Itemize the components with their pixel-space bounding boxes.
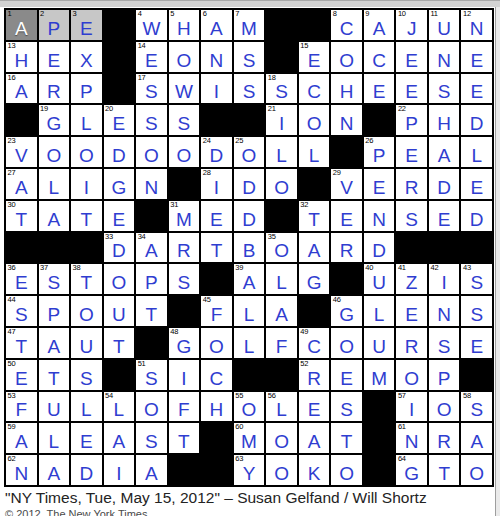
grid-cell[interactable]: A <box>461 423 492 453</box>
cell-letter: B <box>243 241 256 260</box>
grid-cell[interactable]: T <box>169 423 200 453</box>
grid-cell[interactable]: N <box>201 42 232 72</box>
cell-letter: U <box>372 337 386 356</box>
grid-cell[interactable]: 39A <box>234 264 265 294</box>
grid-cell[interactable]: 5H <box>169 10 200 40</box>
cell-letter: D <box>470 210 484 229</box>
grid-cell[interactable]: 18S <box>266 74 297 104</box>
grid-cell[interactable]: U <box>71 328 102 358</box>
grid-cell[interactable]: R <box>169 233 200 263</box>
grid-cell[interactable]: O <box>429 392 460 422</box>
cell-letter: P <box>47 305 60 324</box>
cell-number: 34 <box>138 233 146 242</box>
cell-letter: S <box>438 337 451 356</box>
grid-cell[interactable]: L <box>266 264 297 294</box>
cell-letter: P <box>438 369 451 388</box>
grid-cell[interactable]: T <box>201 233 232 263</box>
black-square <box>136 201 167 231</box>
grid-cell[interactable]: N <box>331 105 362 135</box>
cell-letter: I <box>214 178 219 197</box>
grid-cell[interactable]: E <box>39 42 70 72</box>
grid-cell[interactable]: H <box>331 74 362 104</box>
grid-cell[interactable]: 10J <box>396 10 427 40</box>
grid-cell[interactable]: F <box>266 328 297 358</box>
grid-cell[interactable]: F <box>169 392 200 422</box>
grid-cell[interactable]: 47T <box>6 328 37 358</box>
grid-cell[interactable]: I <box>201 74 232 104</box>
cell-letter: N <box>437 305 451 324</box>
grid-cell[interactable]: L <box>266 137 297 167</box>
cell-letter: F <box>178 400 190 419</box>
grid-cell[interactable]: 17S <box>136 74 167 104</box>
grid-cell[interactable]: O <box>266 455 297 485</box>
grid-cell[interactable]: 38T <box>71 264 102 294</box>
cell-letter: O <box>79 305 94 324</box>
grid-cell[interactable]: O <box>71 137 102 167</box>
grid-cell[interactable]: H <box>429 105 460 135</box>
grid-cell[interactable]: E <box>396 296 427 326</box>
grid-cell[interactable]: L <box>71 392 102 422</box>
grid-cell[interactable]: U <box>364 328 395 358</box>
grid-cell[interactable]: R <box>429 423 460 453</box>
grid-cell[interactable]: I <box>169 360 200 390</box>
cell-letter: O <box>274 464 289 483</box>
grid-cell[interactable]: 44S <box>6 296 37 326</box>
grid-cell[interactable]: 46G <box>331 296 362 326</box>
cell-number: 53 <box>8 392 16 401</box>
cell-letter: P <box>145 273 158 292</box>
grid-cell[interactable]: O <box>71 296 102 326</box>
cell-number: 37 <box>40 264 48 273</box>
cell-number: 60 <box>235 423 243 432</box>
cell-number: 1 <box>8 10 12 19</box>
grid-cell[interactable]: K <box>299 455 330 485</box>
grid-cell[interactable]: A <box>39 455 70 485</box>
black-square <box>364 455 395 485</box>
grid-cell[interactable]: T <box>71 201 102 231</box>
cell-number: 6 <box>203 10 207 19</box>
grid-cell[interactable]: 14E <box>136 42 167 72</box>
grid-cell[interactable]: L <box>39 423 70 453</box>
grid-cell[interactable]: T <box>39 360 70 390</box>
grid-cell[interactable]: S <box>234 74 265 104</box>
grid-cell[interactable]: L <box>364 296 395 326</box>
grid-cell[interactable]: L <box>71 105 102 135</box>
cell-number: 24 <box>203 137 211 146</box>
cell-letter: E <box>113 210 126 229</box>
cell-letter: S <box>470 305 483 324</box>
cell-letter: D <box>437 178 451 197</box>
black-square <box>39 233 70 263</box>
cell-number: 10 <box>398 10 406 19</box>
grid-cell[interactable]: S <box>136 423 167 453</box>
cell-letter: D <box>242 178 256 197</box>
grid-cell[interactable]: 34A <box>136 233 167 263</box>
grid-cell[interactable]: A <box>39 201 70 231</box>
grid-cell[interactable]: 28I <box>201 169 232 199</box>
grid-cell[interactable]: O <box>331 328 362 358</box>
cell-letter: O <box>274 178 289 197</box>
grid-cell[interactable]: 41Z <box>396 264 427 294</box>
cell-letter: T <box>211 241 223 260</box>
grid-cell[interactable]: T <box>136 296 167 326</box>
grid-cell[interactable]: E <box>461 42 492 72</box>
cell-number: 45 <box>203 296 211 305</box>
cursor-cell[interactable]: 1A <box>6 10 37 40</box>
cell-letter: R <box>177 241 191 260</box>
grid-cell[interactable]: 53F <box>6 392 37 422</box>
grid-cell[interactable]: 55O <box>234 392 265 422</box>
cell-letter: V <box>15 146 28 165</box>
cell-letter: O <box>469 464 484 483</box>
grid-cell[interactable]: L <box>234 328 265 358</box>
cell-letter: O <box>144 400 159 419</box>
cell-letter: E <box>340 369 353 388</box>
grid-cell[interactable]: P <box>39 296 70 326</box>
grid-cell[interactable]: L <box>39 169 70 199</box>
cell-letter: D <box>112 146 126 165</box>
grid-cell[interactable]: E <box>461 328 492 358</box>
grid-cell[interactable]: 8C <box>331 10 362 40</box>
cell-letter: T <box>341 432 353 451</box>
grid-cell[interactable]: E <box>364 74 395 104</box>
grid-cell[interactable]: O <box>331 455 362 485</box>
cell-number: 44 <box>8 296 16 305</box>
grid-cell[interactable]: 32T <box>299 201 330 231</box>
cell-letter: S <box>405 210 418 229</box>
grid-cell[interactable]: O <box>461 455 492 485</box>
grid-cell[interactable]: A <box>136 455 167 485</box>
grid-cell[interactable]: S <box>71 360 102 390</box>
grid-cell[interactable]: 3E <box>71 10 102 40</box>
grid-cell[interactable]: 33D <box>104 233 135 263</box>
grid-cell[interactable]: 51S <box>136 360 167 390</box>
cell-letter: F <box>15 400 27 419</box>
cell-letter: P <box>405 114 418 133</box>
grid-cell[interactable]: D <box>71 455 102 485</box>
cell-number: 46 <box>333 296 341 305</box>
cell-letter: L <box>309 146 320 165</box>
cell-letter: S <box>145 369 158 388</box>
cell-number: 29 <box>333 169 341 178</box>
cell-letter: O <box>46 146 61 165</box>
grid-cell[interactable]: O <box>201 328 232 358</box>
grid-cell[interactable]: L <box>299 137 330 167</box>
grid-cell[interactable]: O <box>169 137 200 167</box>
cell-number: 23 <box>8 137 16 146</box>
cell-letter: A <box>308 432 321 451</box>
cell-letter: S <box>470 400 483 419</box>
grid-cell[interactable]: M <box>364 360 395 390</box>
grid-cell[interactable]: E <box>429 201 460 231</box>
black-square <box>396 233 427 263</box>
grid-cell[interactable]: 52R <box>299 360 330 390</box>
grid-cell[interactable]: 22P <box>396 105 427 135</box>
black-square <box>201 423 232 453</box>
grid-cell[interactable]: U <box>104 296 135 326</box>
grid-cell[interactable]: L <box>461 137 492 167</box>
grid-cell[interactable]: 27A <box>6 169 37 199</box>
cell-letter: P <box>80 82 93 101</box>
cell-letter: N <box>14 464 28 483</box>
grid-cell[interactable]: 29V <box>331 169 362 199</box>
grid-cell[interactable]: P <box>136 264 167 294</box>
grid-cell[interactable]: X <box>71 42 102 72</box>
grid-cell[interactable]: I <box>71 169 102 199</box>
cell-letter: D <box>470 114 484 133</box>
black-square <box>461 360 492 390</box>
black-square <box>299 169 330 199</box>
grid-cell[interactable]: 37S <box>39 264 70 294</box>
black-square <box>104 42 135 72</box>
black-square <box>364 423 395 453</box>
grid-cell[interactable]: 54L <box>104 392 135 422</box>
grid-cell[interactable]: D <box>429 169 460 199</box>
grid-cell[interactable]: E <box>396 74 427 104</box>
cell-letter: J <box>407 19 417 38</box>
grid-cell[interactable]: D <box>234 201 265 231</box>
black-square <box>331 264 362 294</box>
black-square <box>234 360 265 390</box>
cell-number: 61 <box>398 423 406 432</box>
grid-cell[interactable]: C <box>299 74 330 104</box>
grid-cell[interactable]: R <box>331 233 362 263</box>
grid-cell[interactable]: 4W <box>136 10 167 40</box>
grid-cell[interactable]: 64G <box>396 455 427 485</box>
grid-cell[interactable]: A <box>104 423 135 453</box>
grid-cell[interactable]: A <box>429 137 460 167</box>
cell-letter: S <box>145 432 158 451</box>
grid-cell[interactable]: 31M <box>169 201 200 231</box>
grid-cell[interactable]: E <box>201 201 232 231</box>
grid-cell[interactable]: D <box>461 201 492 231</box>
grid-cell[interactable]: E <box>331 201 362 231</box>
cell-letter: T <box>15 210 27 229</box>
grid-cell[interactable]: A <box>299 423 330 453</box>
grid-cell[interactable]: E <box>104 201 135 231</box>
grid-cell[interactable]: 19G <box>39 105 70 135</box>
grid-cell[interactable]: L <box>234 296 265 326</box>
grid-cell[interactable]: 15E <box>299 42 330 72</box>
cell-letter: A <box>275 305 288 324</box>
grid-cell[interactable]: S <box>429 328 460 358</box>
grid-cell[interactable]: N <box>364 201 395 231</box>
grid-cell[interactable]: 20E <box>104 105 135 135</box>
grid-cell[interactable]: 56L <box>266 392 297 422</box>
cell-number: 40 <box>365 264 373 273</box>
grid-cell[interactable]: 35O <box>266 233 297 263</box>
cell-number: 55 <box>235 392 243 401</box>
grid-cell[interactable]: T <box>331 423 362 453</box>
grid-cell[interactable]: R <box>396 169 427 199</box>
cell-number: 25 <box>235 137 243 146</box>
grid-cell[interactable]: S <box>429 74 460 104</box>
grid-cell[interactable]: 11U <box>429 10 460 40</box>
black-square <box>299 10 330 40</box>
grid-cell[interactable]: 25O <box>234 137 265 167</box>
cell-letter: M <box>241 432 257 451</box>
grid-cell[interactable]: O <box>104 264 135 294</box>
grid-cell[interactable]: E <box>396 137 427 167</box>
black-square <box>169 455 200 485</box>
grid-cell[interactable]: O <box>331 42 362 72</box>
grid-cell[interactable]: G <box>104 169 135 199</box>
cell-number: 36 <box>8 264 16 273</box>
black-square <box>169 169 200 199</box>
cell-letter: N <box>437 51 451 70</box>
grid-cell[interactable]: O <box>266 423 297 453</box>
grid-cell[interactable]: E <box>364 169 395 199</box>
grid-cell[interactable]: G <box>299 264 330 294</box>
grid-cell[interactable]: 45F <box>201 296 232 326</box>
grid-cell[interactable]: S <box>461 296 492 326</box>
grid-cell[interactable]: A <box>266 296 297 326</box>
black-square <box>136 328 167 358</box>
grid-cell[interactable]: 36E <box>6 264 37 294</box>
grid-cell[interactable]: 62N <box>6 455 37 485</box>
grid-cell[interactable]: 61N <box>396 423 427 453</box>
cell-letter: L <box>471 146 482 165</box>
black-square <box>299 296 330 326</box>
grid-cell[interactable]: 13H <box>6 42 37 72</box>
grid-cell[interactable]: 2P <box>39 10 70 40</box>
grid-cell[interactable]: S <box>396 201 427 231</box>
grid-cell[interactable]: 7M <box>234 10 265 40</box>
grid-cell[interactable]: 57I <box>396 392 427 422</box>
cell-number: 15 <box>300 42 308 51</box>
grid-cell[interactable]: 9A <box>364 10 395 40</box>
grid-cell[interactable]: N <box>429 296 460 326</box>
grid-cell[interactable]: 63Y <box>234 455 265 485</box>
cell-number: 32 <box>300 201 308 210</box>
grid-cell[interactable]: D <box>104 137 135 167</box>
grid-cell[interactable]: 59A <box>6 423 37 453</box>
cell-letter: R <box>340 241 354 260</box>
grid-cell[interactable]: W <box>169 74 200 104</box>
grid-cell[interactable]: D <box>364 233 395 263</box>
grid-cell[interactable]: 49C <box>299 328 330 358</box>
grid-cell[interactable]: U <box>39 392 70 422</box>
grid-cell[interactable]: 16A <box>6 74 37 104</box>
cell-number: 16 <box>8 74 16 83</box>
grid-cell[interactable]: E <box>331 360 362 390</box>
cell-letter: E <box>47 51 60 70</box>
grid-cell[interactable]: O <box>396 360 427 390</box>
cell-number: 22 <box>398 105 406 114</box>
grid-cell[interactable]: 6A <box>201 10 232 40</box>
grid-cell[interactable]: A <box>39 328 70 358</box>
cell-letter: G <box>46 114 61 133</box>
grid-cell[interactable]: E <box>71 423 102 453</box>
grid-cell[interactable]: 42I <box>429 264 460 294</box>
cell-letter: Z <box>406 273 418 292</box>
grid-cell[interactable]: 48G <box>169 328 200 358</box>
grid-cell[interactable]: S <box>169 105 200 135</box>
cell-letter: T <box>81 273 93 292</box>
black-square <box>169 296 200 326</box>
grid-cell[interactable]: S <box>136 105 167 135</box>
cell-letter: G <box>177 337 192 356</box>
grid-cell[interactable]: N <box>429 42 460 72</box>
cell-letter: T <box>178 432 190 451</box>
grid-cell[interactable]: O <box>39 137 70 167</box>
grid-cell[interactable]: 24D <box>201 137 232 167</box>
grid-cell[interactable]: B <box>234 233 265 263</box>
grid-cell[interactable]: 26P <box>364 137 395 167</box>
grid-cell[interactable]: S <box>234 42 265 72</box>
cell-letter: E <box>438 210 451 229</box>
grid-cell[interactable]: 58S <box>461 392 492 422</box>
grid-cell[interactable]: C <box>364 42 395 72</box>
cell-letter: L <box>276 400 287 419</box>
scrollbar-track[interactable] <box>495 7 500 516</box>
grid-cell[interactable]: E <box>461 169 492 199</box>
grid-cell[interactable]: 12N <box>461 10 492 40</box>
grid-cell[interactable]: A <box>299 233 330 263</box>
grid-cell[interactable]: S <box>331 392 362 422</box>
cell-letter: F <box>276 337 288 356</box>
cell-letter: M <box>176 210 192 229</box>
grid-cell[interactable]: R <box>39 74 70 104</box>
cell-number: 28 <box>203 169 211 178</box>
grid-cell[interactable]: 30T <box>6 201 37 231</box>
grid-cell[interactable]: O <box>136 392 167 422</box>
black-square <box>6 105 37 135</box>
grid-cell[interactable]: D <box>234 169 265 199</box>
grid-cell[interactable]: 60M <box>234 423 265 453</box>
grid-cell[interactable]: R <box>396 328 427 358</box>
grid-cell[interactable]: C <box>201 360 232 390</box>
cell-letter: E <box>405 51 418 70</box>
grid-cell[interactable]: O <box>299 105 330 135</box>
grid-cell[interactable]: E <box>299 392 330 422</box>
grid-cell[interactable]: E <box>461 74 492 104</box>
grid-cell[interactable]: T <box>429 455 460 485</box>
cell-number: 42 <box>430 264 438 273</box>
grid-cell[interactable]: I <box>104 455 135 485</box>
grid-cell[interactable]: T <box>104 328 135 358</box>
cell-letter: S <box>178 273 191 292</box>
grid-cell[interactable]: O <box>169 42 200 72</box>
cell-letter: W <box>142 19 160 38</box>
grid-cell[interactable]: P <box>71 74 102 104</box>
grid-cell[interactable]: O <box>136 137 167 167</box>
cell-number: 30 <box>8 201 16 210</box>
cell-letter: E <box>373 178 386 197</box>
cell-letter: I <box>84 178 89 197</box>
grid-cell[interactable]: S <box>169 264 200 294</box>
cell-number: 39 <box>235 264 243 273</box>
grid-cell[interactable]: 23V <box>6 137 37 167</box>
grid-cell[interactable]: 43S <box>461 264 492 294</box>
cell-letter: O <box>144 146 159 165</box>
grid-cell[interactable]: H <box>201 392 232 422</box>
cell-letter: A <box>470 432 483 451</box>
cell-letter: A <box>210 19 223 38</box>
grid-cell[interactable]: N <box>136 169 167 199</box>
cell-letter: D <box>79 464 93 483</box>
grid-cell[interactable]: O <box>266 169 297 199</box>
cell-letter: I <box>116 464 121 483</box>
cell-letter: D <box>210 146 224 165</box>
grid-cell[interactable]: E <box>396 42 427 72</box>
cell-letter: O <box>437 400 452 419</box>
grid-cell[interactable]: 50E <box>6 360 37 390</box>
grid-cell[interactable]: 40U <box>364 264 395 294</box>
grid-cell[interactable]: 21I <box>266 105 297 135</box>
grid-cell[interactable]: P <box>429 360 460 390</box>
grid-cell[interactable]: D <box>461 105 492 135</box>
